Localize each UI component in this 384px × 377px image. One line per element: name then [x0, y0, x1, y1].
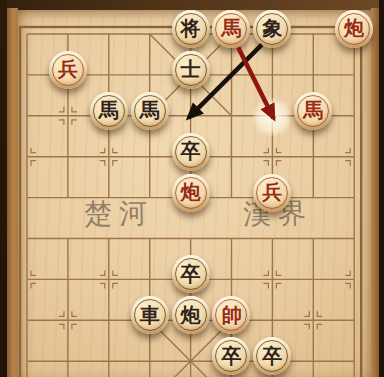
black-move-arrow: [188, 45, 261, 118]
red-move-arrow: [238, 47, 274, 118]
xiangqi-app-screen: 楚河 漢界 将馬象炮兵士馬馬馬卒炮兵卒車炮帥卒卒: [0, 0, 384, 377]
move-arrows: [0, 0, 384, 377]
